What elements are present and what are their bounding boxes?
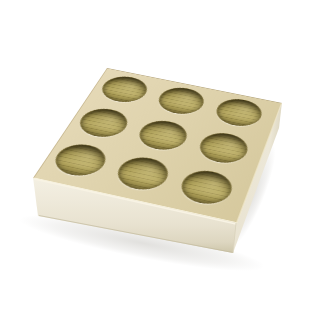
board-hole-r3c2: [111, 153, 174, 193]
board-hole-r1c2: [153, 84, 209, 117]
board-hole-r1c3: [211, 96, 266, 130]
board-hole-r3c3: [175, 167, 237, 209]
board-hole-r2c2: [133, 117, 192, 154]
product-photo-stage: [0, 0, 320, 320]
board-hole-r2c3: [194, 129, 252, 167]
board-hole-r2c1: [73, 105, 134, 141]
board-hole-r3c1: [48, 140, 113, 179]
board-hole-r1c1: [96, 73, 153, 105]
